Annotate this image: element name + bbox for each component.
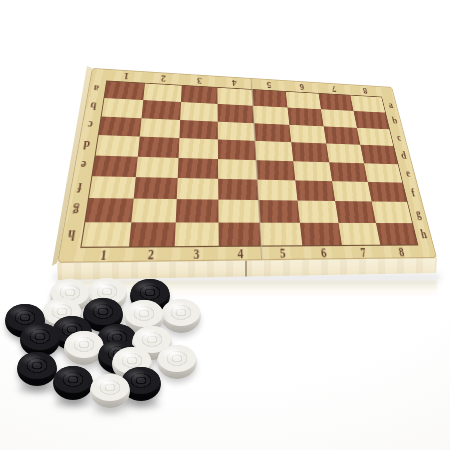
square-c8[interactable] bbox=[357, 128, 393, 146]
square-c4[interactable] bbox=[218, 121, 255, 141]
square-f3[interactable] bbox=[177, 178, 219, 200]
square-g3[interactable] bbox=[176, 199, 219, 222]
square-d5[interactable] bbox=[255, 141, 293, 161]
square-b5[interactable] bbox=[253, 106, 289, 125]
square-f1[interactable] bbox=[89, 176, 136, 199]
square-a3[interactable] bbox=[181, 86, 218, 105]
square-g2[interactable] bbox=[131, 199, 176, 222]
square-e3[interactable] bbox=[178, 157, 219, 178]
square-f7[interactable] bbox=[332, 181, 372, 202]
checker-top-face bbox=[54, 366, 92, 393]
square-a1[interactable] bbox=[104, 81, 145, 100]
square-e5[interactable] bbox=[256, 160, 295, 181]
square-g8[interactable] bbox=[372, 202, 412, 223]
square-h6[interactable] bbox=[300, 222, 342, 245]
square-a4[interactable] bbox=[217, 88, 253, 106]
checker-top-face bbox=[125, 300, 163, 327]
square-g1[interactable] bbox=[85, 198, 133, 222]
square-f5[interactable] bbox=[257, 180, 297, 201]
square-d7[interactable] bbox=[326, 144, 364, 163]
checker-black-17[interactable] bbox=[17, 352, 57, 386]
checker-top-face bbox=[158, 345, 196, 372]
square-c1[interactable] bbox=[99, 116, 142, 136]
square-e4[interactable] bbox=[218, 159, 257, 180]
square-b7[interactable] bbox=[321, 110, 357, 128]
coord-label-top-4: 4 bbox=[232, 78, 237, 87]
square-g4[interactable] bbox=[218, 200, 260, 222]
square-h3[interactable] bbox=[175, 222, 219, 246]
coord-label-bottom-4: 4 bbox=[237, 246, 243, 260]
coord-label-left-a: a bbox=[92, 84, 99, 94]
square-h4[interactable] bbox=[219, 222, 262, 246]
square-e2[interactable] bbox=[136, 156, 179, 178]
coord-label-top-2: 2 bbox=[161, 74, 167, 83]
square-b1[interactable] bbox=[102, 98, 144, 118]
square-b4[interactable] bbox=[218, 104, 255, 123]
checker-top-face bbox=[91, 374, 129, 401]
square-a6[interactable] bbox=[286, 92, 321, 110]
square-d4[interactable] bbox=[218, 140, 256, 160]
square-e6[interactable] bbox=[293, 161, 332, 181]
product-photo-scene: 1234567812345678abcdefghabcdefgh bbox=[0, 0, 450, 450]
checker-top-face bbox=[18, 352, 56, 379]
square-d1[interactable] bbox=[96, 135, 140, 156]
square-a8[interactable] bbox=[350, 96, 385, 113]
checker-white-16[interactable] bbox=[157, 345, 197, 379]
square-c7[interactable] bbox=[324, 126, 361, 145]
square-e8[interactable] bbox=[364, 163, 402, 183]
square-c5[interactable] bbox=[254, 123, 291, 142]
square-d3[interactable] bbox=[179, 138, 218, 158]
coord-label-bottom-5: 5 bbox=[279, 246, 286, 260]
square-h5[interactable] bbox=[260, 222, 302, 245]
square-e7[interactable] bbox=[329, 162, 368, 182]
coord-label-top-6: 6 bbox=[299, 82, 304, 91]
board-grid bbox=[80, 80, 418, 248]
checker-top-face bbox=[21, 323, 59, 350]
square-a5[interactable] bbox=[252, 90, 287, 108]
square-a2[interactable] bbox=[143, 84, 181, 103]
checker-top-face bbox=[162, 299, 200, 326]
square-g5[interactable] bbox=[259, 200, 300, 222]
checker-white-19[interactable] bbox=[90, 374, 130, 408]
square-h8[interactable] bbox=[376, 223, 417, 245]
coord-label-left-d: d bbox=[82, 139, 90, 150]
square-b8[interactable] bbox=[354, 111, 390, 129]
square-h2[interactable] bbox=[129, 222, 176, 247]
square-d6[interactable] bbox=[291, 142, 329, 162]
square-c6[interactable] bbox=[289, 125, 326, 144]
square-g6[interactable] bbox=[298, 201, 339, 223]
coord-label-bottom-3: 3 bbox=[193, 247, 199, 261]
square-f6[interactable] bbox=[295, 180, 335, 201]
coord-label-top-3: 3 bbox=[197, 76, 202, 85]
coord-label-top-5: 5 bbox=[266, 80, 271, 89]
square-h7[interactable] bbox=[338, 223, 380, 245]
coord-label-top-1: 1 bbox=[123, 71, 129, 80]
square-f4[interactable] bbox=[218, 179, 258, 201]
square-b2[interactable] bbox=[142, 100, 181, 119]
square-d8[interactable] bbox=[360, 145, 397, 164]
square-h1[interactable] bbox=[82, 222, 132, 247]
square-g7[interactable] bbox=[335, 201, 376, 222]
square-c3[interactable] bbox=[179, 120, 217, 140]
square-c2[interactable] bbox=[140, 118, 180, 138]
square-b6[interactable] bbox=[288, 108, 324, 126]
coord-label-bottom-2: 2 bbox=[147, 247, 154, 261]
chessboard: 1234567812345678abcdefghabcdefgh bbox=[57, 68, 437, 263]
square-b3[interactable] bbox=[180, 102, 217, 121]
square-a7[interactable] bbox=[319, 94, 354, 112]
coord-label-left-b: b bbox=[89, 101, 97, 111]
square-f2[interactable] bbox=[134, 177, 178, 199]
square-e1[interactable] bbox=[92, 155, 137, 177]
square-d2[interactable] bbox=[138, 137, 180, 158]
square-f8[interactable] bbox=[368, 182, 407, 202]
checker-black-18[interactable] bbox=[53, 366, 93, 400]
